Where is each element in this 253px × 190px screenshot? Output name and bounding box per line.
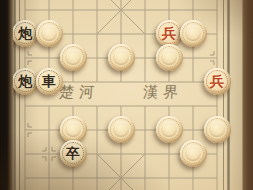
red-soldier-piece[interactable]: 兵 (204, 68, 231, 95)
piece-character: 兵 (162, 26, 176, 40)
piece-back-face (113, 49, 129, 65)
black-cannon-piece[interactable]: 炮 (12, 20, 39, 47)
hidden-piece[interactable] (108, 116, 135, 143)
black-soldier-piece[interactable]: 卒 (60, 140, 87, 167)
hidden-piece[interactable] (204, 116, 231, 143)
piece-character: 炮 (18, 26, 32, 40)
letterbox-left-strip (0, 0, 13, 190)
hidden-piece[interactable] (36, 20, 63, 47)
hidden-piece[interactable] (60, 116, 87, 143)
hidden-piece[interactable] (108, 44, 135, 71)
board[interactable]: 炮兵炮車兵卒 (13, 0, 229, 190)
piece-character: 車 (42, 74, 56, 88)
piece-back-face (161, 121, 177, 137)
piece-character: 卒 (66, 146, 80, 160)
hidden-piece[interactable] (180, 20, 207, 47)
piece-back-face (113, 121, 129, 137)
piece-back-face (185, 25, 201, 41)
piece-back-face (209, 121, 225, 137)
piece-back-face (65, 49, 81, 65)
app-background-right-strip (243, 0, 253, 190)
hidden-piece[interactable] (60, 44, 87, 71)
hidden-piece[interactable] (156, 44, 183, 71)
black-cannon-piece[interactable]: 炮 (12, 68, 39, 95)
piece-character: 兵 (210, 74, 224, 88)
red-soldier-piece[interactable]: 兵 (156, 20, 183, 47)
black-chariot-piece[interactable]: 車 (36, 68, 63, 95)
xiangqi-board-screen: 楚河 漢界 炮兵炮車兵卒 (0, 0, 253, 190)
hidden-piece[interactable] (156, 116, 183, 143)
piece-back-face (65, 121, 81, 137)
piece-back-face (41, 25, 57, 41)
piece-back-face (161, 49, 177, 65)
piece-character: 炮 (18, 74, 32, 88)
hidden-piece[interactable] (180, 140, 207, 167)
piece-back-face (185, 145, 201, 161)
